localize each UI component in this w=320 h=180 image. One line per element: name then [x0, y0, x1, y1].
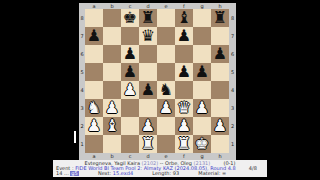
square-h4	[211, 81, 229, 99]
square-c7	[121, 27, 139, 45]
square-h8: ♜	[211, 9, 229, 27]
next-move: 15.exd4	[113, 171, 133, 176]
move-dots: ...	[64, 171, 69, 176]
file-label: g	[193, 153, 211, 160]
square-f7: ♟	[175, 27, 193, 45]
square-e8	[157, 9, 175, 27]
square-e5	[157, 63, 175, 81]
piece-white-pawn: ♟	[87, 117, 101, 135]
square-h6: ♟	[211, 45, 229, 63]
file-label: c	[121, 153, 139, 160]
rank-label: 4	[229, 81, 236, 99]
video-artifact-mark	[74, 131, 76, 143]
square-b8	[103, 9, 121, 27]
rank-label: 5	[229, 63, 236, 81]
square-a3: ♞	[85, 99, 103, 117]
length-value: 93	[173, 171, 179, 176]
square-f1: ♜	[175, 135, 193, 153]
square-e2	[157, 117, 175, 135]
square-e7	[157, 27, 175, 45]
piece-white-queen: ♛	[177, 99, 191, 117]
next-label: Next:	[98, 171, 113, 176]
piece-white-rook: ♜	[141, 135, 155, 153]
square-a6	[85, 45, 103, 63]
piece-white-pawn: ♟	[141, 117, 155, 135]
square-a7: ♟	[85, 27, 103, 45]
piece-black-pawn: ♟	[195, 63, 209, 81]
piece-black-pawn: ♟	[123, 45, 137, 63]
piece-white-pawn: ♟	[195, 99, 209, 117]
rank-label: 1	[229, 135, 236, 153]
piece-black-pawn: ♟	[213, 45, 227, 63]
rank-label: 8	[229, 9, 236, 27]
file-label: h	[211, 153, 229, 160]
material-label: Material:	[198, 171, 222, 176]
material-value: =	[222, 171, 226, 176]
piece-white-rook: ♜	[177, 135, 191, 153]
piece-white-knight: ♞	[87, 99, 101, 117]
square-e3: ♟	[157, 99, 175, 117]
piece-black-queen: ♛	[141, 27, 155, 45]
square-g5: ♟	[193, 63, 211, 81]
piece-black-king: ♚	[123, 9, 137, 27]
square-d2: ♟	[139, 117, 157, 135]
piece-black-rook: ♜	[213, 9, 227, 27]
square-f6	[175, 45, 193, 63]
file-label: e	[157, 153, 175, 160]
square-d8: ♜	[139, 9, 157, 27]
square-c1	[121, 135, 139, 153]
square-b2: ♝	[103, 117, 121, 135]
game-info-caption: Evtegneva, Yagil Kaira (2102) -- Orbe, O…	[53, 160, 267, 177]
square-e4: ♞	[157, 81, 175, 99]
square-d4: ♟	[139, 81, 157, 99]
rank-label: 7	[229, 27, 236, 45]
piece-white-pawn: ♟	[123, 81, 137, 99]
square-g3: ♟	[193, 99, 211, 117]
file-label: f	[175, 153, 193, 160]
square-a8	[85, 9, 103, 27]
event-tail: 4/8	[249, 166, 257, 171]
rank-labels-right: 87654321	[229, 9, 236, 153]
piece-black-pawn: ♟	[123, 63, 137, 81]
piece-black-pawn: ♟	[177, 63, 191, 81]
square-d7: ♛	[139, 27, 157, 45]
square-h2: ♟	[211, 117, 229, 135]
current-move: g5	[70, 171, 78, 176]
piece-black-rook: ♜	[141, 9, 155, 27]
file-label: d	[139, 153, 157, 160]
square-c8: ♚	[121, 9, 139, 27]
square-h7	[211, 27, 229, 45]
square-c6: ♟	[121, 45, 139, 63]
piece-black-pawn: ♟	[141, 81, 155, 99]
move-number: 14	[56, 171, 62, 176]
square-c4: ♟	[121, 81, 139, 99]
piece-black-bishop: ♝	[177, 9, 191, 27]
file-label: a	[85, 153, 103, 160]
square-b1	[103, 135, 121, 153]
video-frame: abcdefgh 87654321 ♚♜♝♜♟♛♟♟♟♟♟♟♟♟♞♞♟♟♛♟♟♝…	[0, 0, 320, 180]
square-d3	[139, 99, 157, 117]
rank-label: 2	[229, 117, 236, 135]
square-e6	[157, 45, 175, 63]
square-f3: ♛	[175, 99, 193, 117]
piece-white-king: ♚	[195, 135, 209, 153]
rank-label: 6	[229, 45, 236, 63]
piece-white-pawn: ♟	[105, 99, 119, 117]
square-g4	[193, 81, 211, 99]
chess-board: ♚♜♝♜♟♛♟♟♟♟♟♟♟♟♞♞♟♟♛♟♟♝♟♟♟♜♜♚	[85, 9, 229, 153]
square-h3	[211, 99, 229, 117]
square-d6	[139, 45, 157, 63]
square-a2: ♟	[85, 117, 103, 135]
piece-black-pawn: ♟	[177, 27, 191, 45]
length-label: Length:	[152, 171, 173, 176]
square-c2	[121, 117, 139, 135]
piece-black-pawn: ♟	[87, 27, 101, 45]
square-g2	[193, 117, 211, 135]
piece-white-pawn: ♟	[177, 117, 191, 135]
square-f5: ♟	[175, 63, 193, 81]
piece-white-pawn: ♟	[213, 117, 227, 135]
square-b7	[103, 27, 121, 45]
square-b5	[103, 63, 121, 81]
square-a4	[85, 81, 103, 99]
rank-label: 3	[229, 99, 236, 117]
square-g1: ♚	[193, 135, 211, 153]
square-b4	[103, 81, 121, 99]
square-f4	[175, 81, 193, 99]
square-c5: ♟	[121, 63, 139, 81]
square-b6	[103, 45, 121, 63]
square-g8	[193, 9, 211, 27]
chess-board-frame: abcdefgh 87654321 ♚♜♝♜♟♛♟♟♟♟♟♟♟♟♞♞♟♟♛♟♟♝…	[79, 3, 236, 160]
square-a5	[85, 63, 103, 81]
square-b3: ♟	[103, 99, 121, 117]
square-a1	[85, 135, 103, 153]
square-g7	[193, 27, 211, 45]
square-f2: ♟	[175, 117, 193, 135]
piece-white-pawn: ♟	[159, 99, 173, 117]
square-e1	[157, 135, 175, 153]
file-labels-bottom: abcdefgh	[85, 153, 229, 160]
square-d1: ♜	[139, 135, 157, 153]
square-h1	[211, 135, 229, 153]
file-label: b	[103, 153, 121, 160]
square-f8: ♝	[175, 9, 193, 27]
moves-line: 14 ... g5 Next: 15.exd4 Length: 93 Mater…	[53, 171, 267, 176]
piece-black-knight: ♞	[159, 81, 173, 99]
square-d5	[139, 63, 157, 81]
piece-white-bishop: ♝	[105, 117, 119, 135]
square-g6	[193, 45, 211, 63]
square-c3	[121, 99, 139, 117]
square-h5	[211, 63, 229, 81]
